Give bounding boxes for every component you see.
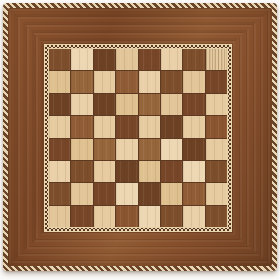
frame-top-rail (8, 8, 272, 44)
frame-bottom-rail (8, 232, 272, 266)
square-h8 (206, 49, 227, 70)
square-b5 (71, 116, 92, 137)
square-f6 (161, 94, 182, 115)
square-e3 (139, 161, 160, 182)
square-h5 (206, 116, 227, 137)
square-b1 (71, 206, 92, 227)
square-f8 (161, 49, 182, 70)
square-a3 (49, 161, 70, 182)
square-e1 (139, 206, 160, 227)
square-e7 (139, 71, 160, 92)
square-f3 (161, 161, 182, 182)
square-g3 (183, 161, 204, 182)
square-a4 (49, 139, 70, 160)
inner-cream-line (48, 48, 228, 228)
square-d5 (116, 116, 137, 137)
square-d7 (116, 71, 137, 92)
square-b2 (71, 183, 92, 204)
square-g2 (183, 183, 204, 204)
square-h4 (206, 139, 227, 160)
square-d1 (116, 206, 137, 227)
square-e5 (139, 116, 160, 137)
square-a1 (49, 206, 70, 227)
square-h6 (206, 94, 227, 115)
square-d8 (116, 49, 137, 70)
square-a8 (49, 49, 70, 70)
square-b3 (71, 161, 92, 182)
square-g4 (183, 139, 204, 160)
square-g1 (183, 206, 204, 227)
square-h3 (206, 161, 227, 182)
square-f7 (161, 71, 182, 92)
square-g8 (183, 49, 204, 70)
square-b8 (71, 49, 92, 70)
square-c6 (94, 94, 115, 115)
frame-left-rail (8, 8, 44, 266)
square-e4 (139, 139, 160, 160)
checkered-inlay-line (45, 45, 231, 231)
square-f2 (161, 183, 182, 204)
square-f5 (161, 116, 182, 137)
square-b4 (71, 139, 92, 160)
square-g5 (183, 116, 204, 137)
square-e2 (139, 183, 160, 204)
square-d2 (116, 183, 137, 204)
chess-board (3, 3, 277, 271)
square-f4 (161, 139, 182, 160)
square-e8 (139, 49, 160, 70)
squares-grid (49, 49, 227, 227)
square-a2 (49, 183, 70, 204)
square-b6 (71, 94, 92, 115)
square-a5 (49, 116, 70, 137)
square-c1 (94, 206, 115, 227)
square-h7 (206, 71, 227, 92)
square-c5 (94, 116, 115, 137)
square-g6 (183, 94, 204, 115)
square-d6 (116, 94, 137, 115)
square-f1 (161, 206, 182, 227)
square-c3 (94, 161, 115, 182)
playing-area (49, 49, 227, 227)
square-c4 (94, 139, 115, 160)
square-h1 (206, 206, 227, 227)
frame-right-rail (232, 8, 272, 266)
square-c7 (94, 71, 115, 92)
square-e6 (139, 94, 160, 115)
square-h2 (206, 183, 227, 204)
square-g7 (183, 71, 204, 92)
square-d3 (116, 161, 137, 182)
square-c2 (94, 183, 115, 204)
square-a7 (49, 71, 70, 92)
wooden-frame (8, 8, 272, 266)
square-a6 (49, 94, 70, 115)
inlay-border (44, 44, 232, 232)
square-d4 (116, 139, 137, 160)
square-b7 (71, 71, 92, 92)
square-c8 (94, 49, 115, 70)
